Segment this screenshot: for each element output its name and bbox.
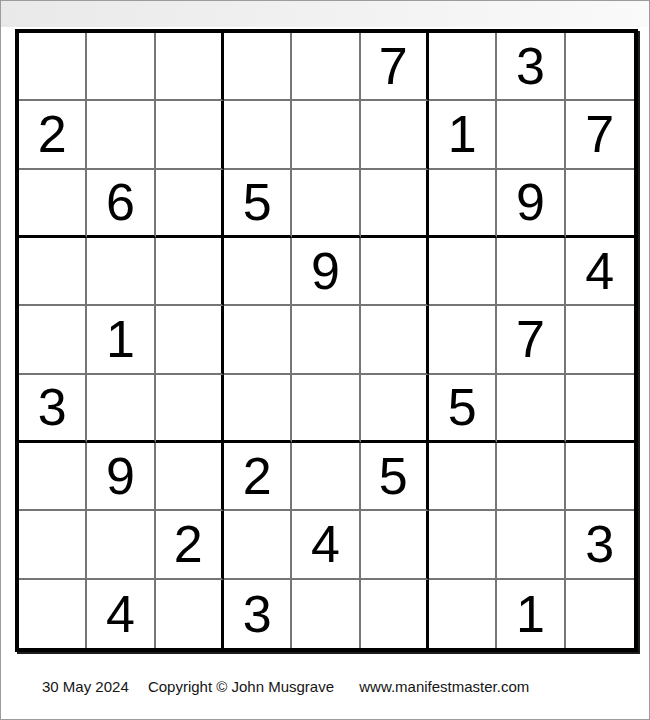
cell-r3c4: 5: [224, 170, 292, 238]
cell-r5c8: 7: [497, 306, 565, 374]
cell-r1c3: [156, 33, 224, 101]
cell-r9c3: [156, 580, 224, 648]
puzzle-page: 73217659941735925243431 30 May 2024 Copy…: [0, 0, 650, 720]
cell-r3c3: [156, 170, 224, 238]
cell-r7c4: 2: [224, 443, 292, 511]
cell-r4c8: [497, 238, 565, 306]
cell-r5c5: [292, 306, 360, 374]
cell-r2c3: [156, 101, 224, 169]
cell-r7c9: [566, 443, 634, 511]
cell-r9c9: [566, 580, 634, 648]
cell-r9c8: 1: [497, 580, 565, 648]
cell-r5c1: [19, 306, 87, 374]
cell-r2c4: [224, 101, 292, 169]
cell-r1c1: [19, 33, 87, 101]
cell-r5c6: [361, 306, 429, 374]
cell-r4c2: [87, 238, 155, 306]
cell-r4c5: 9: [292, 238, 360, 306]
cell-r9c6: [361, 580, 429, 648]
cell-r6c3: [156, 375, 224, 443]
cell-r3c2: 6: [87, 170, 155, 238]
cell-r1c5: [292, 33, 360, 101]
footer: 30 May 2024 Copyright © John Musgrave ww…: [42, 678, 529, 695]
cell-r6c4: [224, 375, 292, 443]
cell-r2c2: [87, 101, 155, 169]
cell-r5c7: [429, 306, 497, 374]
cell-r1c4: [224, 33, 292, 101]
cell-r6c1: 3: [19, 375, 87, 443]
cell-r3c9: [566, 170, 634, 238]
cell-r9c4: 3: [224, 580, 292, 648]
cell-r6c5: [292, 375, 360, 443]
cell-r3c5: [292, 170, 360, 238]
cell-r7c3: [156, 443, 224, 511]
cell-r1c7: [429, 33, 497, 101]
cell-r4c4: [224, 238, 292, 306]
cell-r2c5: [292, 101, 360, 169]
cell-r8c5: 4: [292, 511, 360, 579]
cell-r8c1: [19, 511, 87, 579]
cell-r2c6: [361, 101, 429, 169]
cell-r3c6: [361, 170, 429, 238]
cell-r5c9: [566, 306, 634, 374]
cell-r7c6: 5: [361, 443, 429, 511]
cell-r3c1: [19, 170, 87, 238]
cell-r6c8: [497, 375, 565, 443]
cell-r4c7: [429, 238, 497, 306]
cell-r6c7: 5: [429, 375, 497, 443]
cell-r2c1: 2: [19, 101, 87, 169]
cell-r5c2: 1: [87, 306, 155, 374]
cell-r5c3: [156, 306, 224, 374]
cell-r8c3: 2: [156, 511, 224, 579]
cell-r8c6: [361, 511, 429, 579]
cell-r4c1: [19, 238, 87, 306]
cell-r1c9: [566, 33, 634, 101]
cell-r6c9: [566, 375, 634, 443]
cell-r8c8: [497, 511, 565, 579]
cell-r8c9: 3: [566, 511, 634, 579]
cell-r1c2: [87, 33, 155, 101]
cell-r4c3: [156, 238, 224, 306]
cell-r9c1: [19, 580, 87, 648]
cell-r7c1: [19, 443, 87, 511]
cell-r9c7: [429, 580, 497, 648]
cell-r6c2: [87, 375, 155, 443]
cell-r4c6: [361, 238, 429, 306]
cell-r2c7: 1: [429, 101, 497, 169]
cell-r7c2: 9: [87, 443, 155, 511]
cell-r5c4: [224, 306, 292, 374]
cell-r6c6: [361, 375, 429, 443]
cell-r8c7: [429, 511, 497, 579]
cell-r7c7: [429, 443, 497, 511]
footer-copyright: Copyright © John Musgrave: [148, 678, 334, 695]
cell-r8c2: [87, 511, 155, 579]
cell-r3c7: [429, 170, 497, 238]
cell-r7c5: [292, 443, 360, 511]
cell-r4c9: 4: [566, 238, 634, 306]
footer-date: 30 May 2024: [42, 678, 129, 695]
cell-r7c8: [497, 443, 565, 511]
top-gradient-band: [1, 1, 649, 27]
cell-r1c6: 7: [361, 33, 429, 101]
cell-r3c8: 9: [497, 170, 565, 238]
footer-website: www.manifestmaster.com: [359, 678, 529, 695]
cell-r2c8: [497, 101, 565, 169]
cell-r1c8: 3: [497, 33, 565, 101]
cell-r9c5: [292, 580, 360, 648]
cell-r8c4: [224, 511, 292, 579]
cell-r2c9: 7: [566, 101, 634, 169]
cell-r9c2: 4: [87, 580, 155, 648]
sudoku-board: 73217659941735925243431: [15, 29, 638, 652]
